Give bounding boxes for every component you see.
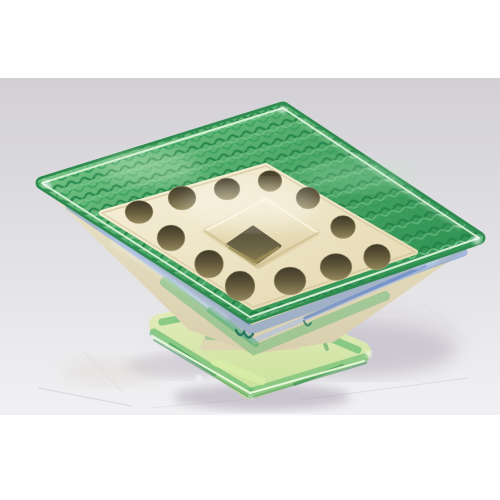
rim-sheen-left	[100, 152, 200, 184]
specular-dot	[280, 107, 287, 114]
specular-dot	[249, 395, 254, 400]
flower-hole	[364, 244, 391, 270]
specular-dot	[473, 236, 482, 245]
flower-hole	[157, 225, 185, 251]
specular-dot	[43, 180, 51, 188]
flower-hole	[125, 201, 153, 224]
specular-dot	[366, 351, 372, 357]
insert-sheen	[182, 181, 318, 229]
flower-hole	[195, 250, 224, 278]
specular-dot	[196, 375, 202, 381]
flower-hole	[320, 254, 352, 281]
beige-smudge	[62, 358, 158, 386]
flower-hole	[225, 271, 255, 301]
photo-of-ceramic-flower-frog	[0, 0, 500, 500]
flower-hole	[274, 267, 306, 295]
rim-sheen-right	[300, 159, 420, 191]
flower-hole	[331, 216, 356, 239]
